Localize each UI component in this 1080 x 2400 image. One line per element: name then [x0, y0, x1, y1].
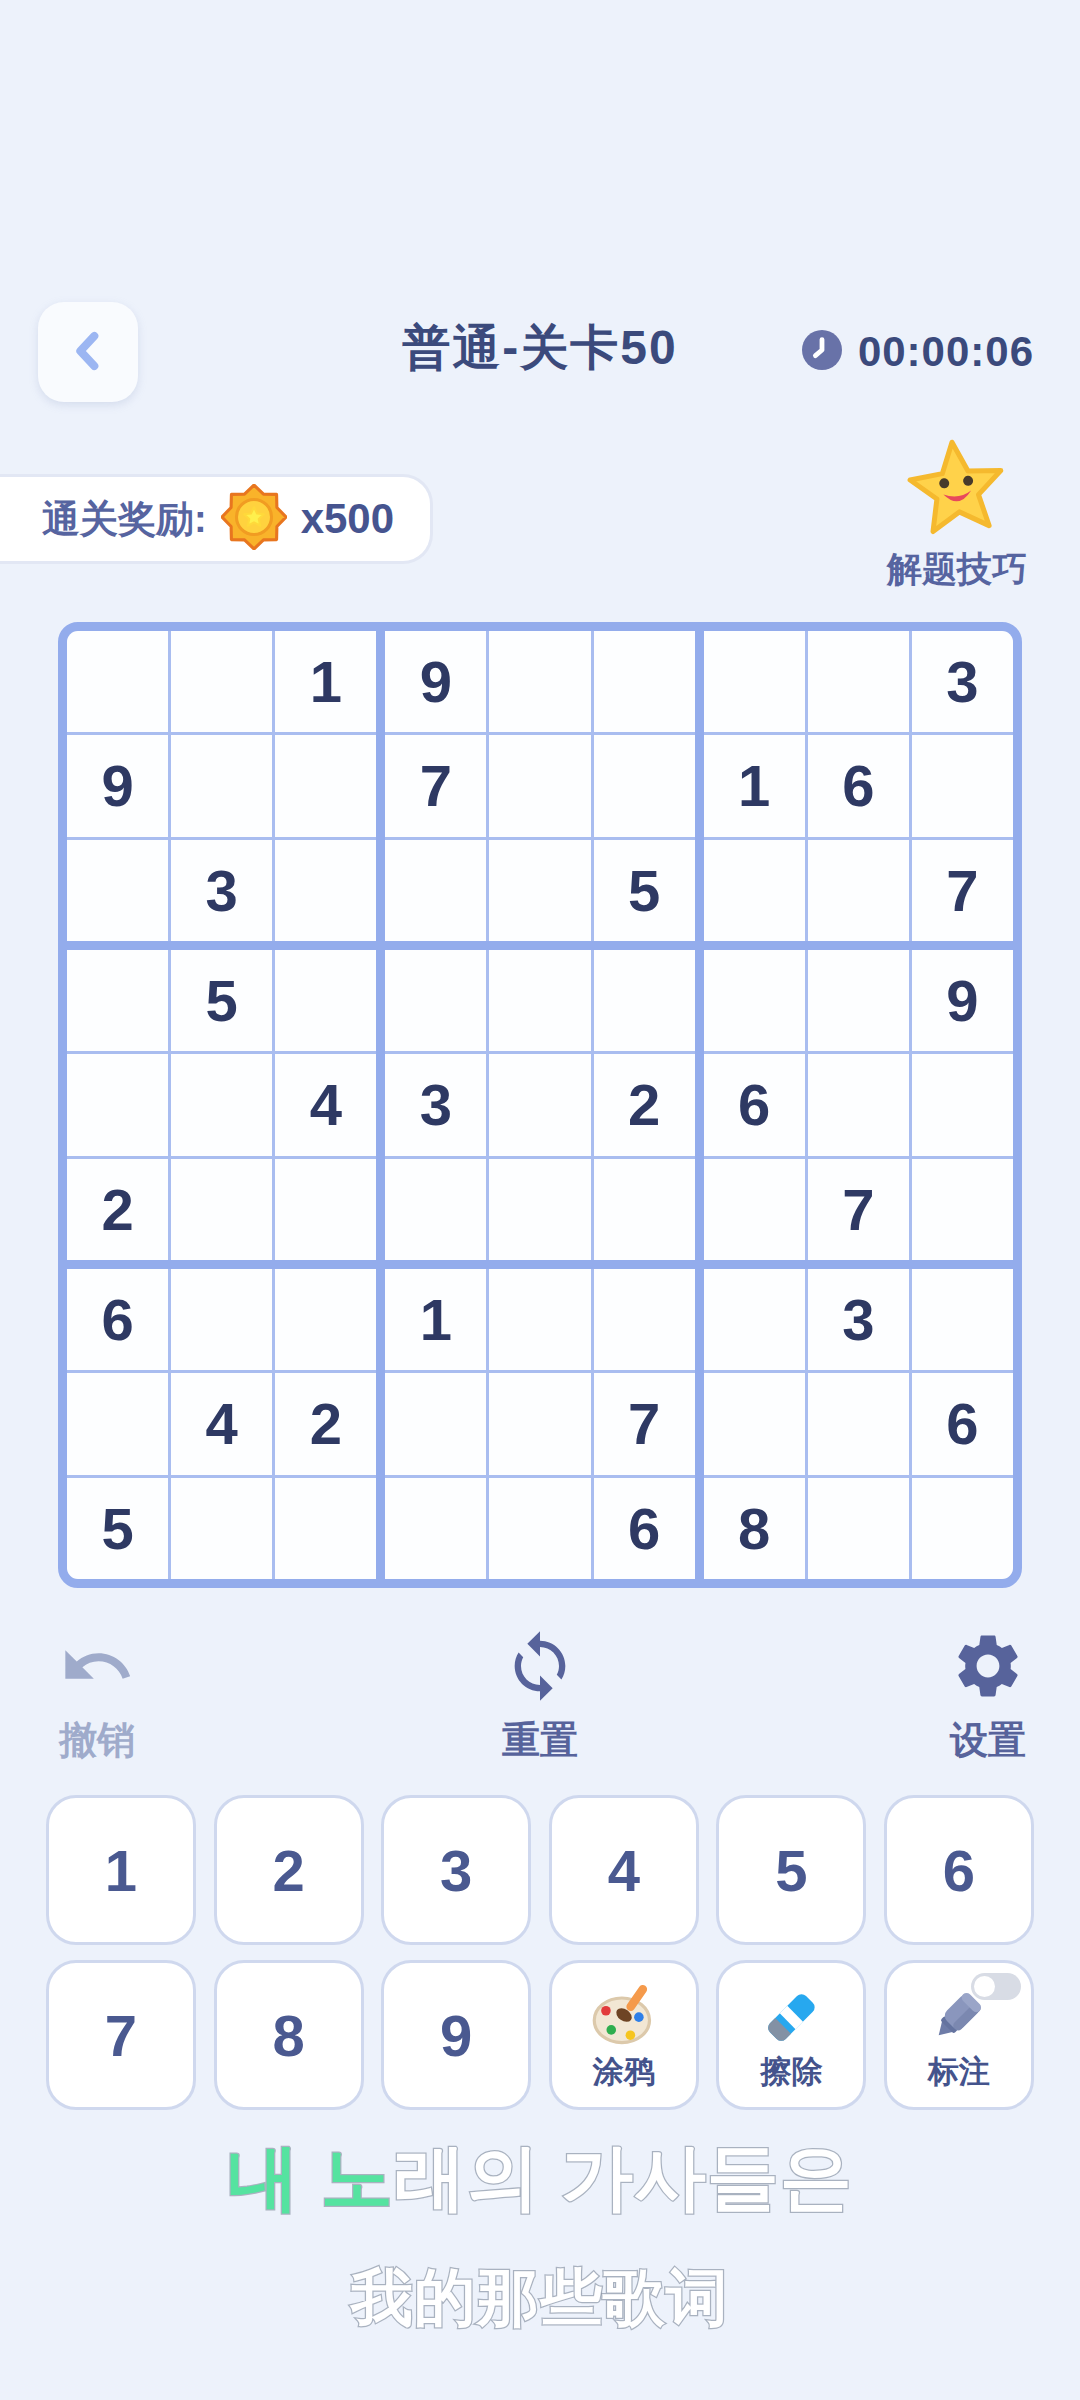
- sudoku-cell-r8c1[interactable]: [67, 1373, 168, 1474]
- sudoku-cell-r1c1[interactable]: [67, 631, 168, 732]
- numpad-6[interactable]: 6: [884, 1795, 1034, 1945]
- timer-value: 00:00:06: [858, 328, 1034, 376]
- numpad-4[interactable]: 4: [549, 1795, 699, 1945]
- sudoku-cell-r4c6[interactable]: [594, 950, 695, 1051]
- undo-button[interactable]: 撤销: [17, 1628, 177, 1766]
- sudoku-cell-r9c2[interactable]: [171, 1478, 272, 1579]
- sudoku-cell-r6c1[interactable]: 2: [67, 1159, 168, 1260]
- sudoku-cell-r3c9[interactable]: 7: [912, 840, 1013, 941]
- sudoku-cell-r9c3[interactable]: [275, 1478, 376, 1579]
- sudoku-cell-r9c9[interactable]: [912, 1478, 1013, 1579]
- hint-button[interactable]: 解题技巧: [852, 436, 1062, 593]
- toggle-knob: [974, 1976, 995, 1997]
- reset-label: 重置: [460, 1715, 620, 1766]
- sudoku-cell-r1c9[interactable]: 3: [912, 631, 1013, 732]
- sudoku-cell-r7c2[interactable]: [171, 1269, 272, 1370]
- sudoku-cell-r6c4[interactable]: [385, 1159, 486, 1260]
- sudoku-block: 3167: [704, 631, 1013, 941]
- sudoku-board: 1939753167542329676425176368: [58, 622, 1022, 1588]
- sudoku-cell-r5c9[interactable]: [912, 1054, 1013, 1155]
- sudoku-cell-r5c2[interactable]: [171, 1054, 272, 1155]
- coin-badge-icon: [221, 484, 287, 554]
- numpad-row-2: 789 涂鸦 擦除: [0, 1960, 1080, 2110]
- sudoku-cell-r2c4[interactable]: 7: [385, 735, 486, 836]
- sudoku-cell-r1c3[interactable]: 1: [275, 631, 376, 732]
- erase-button[interactable]: 擦除: [716, 1960, 866, 2110]
- sudoku-cell-r3c5[interactable]: [489, 840, 590, 941]
- sudoku-block: 176: [385, 1269, 694, 1579]
- sudoku-cell-r9c8[interactable]: [808, 1478, 909, 1579]
- sudoku-cell-r3c3[interactable]: [275, 840, 376, 941]
- sudoku-block: 6425: [67, 1269, 376, 1579]
- sudoku-cell-r7c9[interactable]: [912, 1269, 1013, 1370]
- sudoku-cell-r9c6[interactable]: 6: [594, 1478, 695, 1579]
- settings-label: 设置: [908, 1715, 1068, 1766]
- lyric-highlight: 내 노: [227, 2137, 394, 2217]
- sudoku-cell-r7c7[interactable]: [704, 1269, 805, 1370]
- sudoku-cell-r2c3[interactable]: [275, 735, 376, 836]
- sudoku-cell-r4c3[interactable]: [275, 950, 376, 1051]
- lyric-line-2: 我的那些歌词: [0, 2256, 1080, 2340]
- sudoku-cell-r9c1[interactable]: 5: [67, 1478, 168, 1579]
- numpad-3[interactable]: 3: [381, 1795, 531, 1945]
- sudoku-block: 967: [704, 950, 1013, 1260]
- clock-icon: [798, 326, 846, 378]
- sudoku-cell-r5c1[interactable]: [67, 1054, 168, 1155]
- sudoku-cell-r7c5[interactable]: [489, 1269, 590, 1370]
- sudoku-block: 193: [67, 631, 376, 941]
- timer: 00:00:06: [798, 326, 1034, 378]
- gear-icon: [950, 1692, 1026, 1707]
- sudoku-cell-r7c8[interactable]: 3: [808, 1269, 909, 1370]
- sudoku-cell-r4c5[interactable]: [489, 950, 590, 1051]
- sudoku-cell-r5c7[interactable]: 6: [704, 1054, 805, 1155]
- sudoku-cell-r5c8[interactable]: [808, 1054, 909, 1155]
- sudoku-cell-r2c1[interactable]: 9: [67, 735, 168, 836]
- lyric-rest: 래의 가사들은: [394, 2137, 853, 2217]
- erase-label: 擦除: [760, 2051, 822, 2093]
- sudoku-cell-r7c4[interactable]: 1: [385, 1269, 486, 1370]
- sudoku-cell-r1c2[interactable]: [171, 631, 272, 732]
- sudoku-cell-r1c5[interactable]: [489, 631, 590, 732]
- sudoku-cell-r8c6[interactable]: 7: [594, 1373, 695, 1474]
- reward-banner: 通关奖励: x500: [0, 474, 433, 564]
- sudoku-cell-r8c9[interactable]: 6: [912, 1373, 1013, 1474]
- sudoku-cell-r3c7[interactable]: [704, 840, 805, 941]
- annotate-toggle[interactable]: [971, 1973, 1021, 2000]
- sudoku-block: 975: [385, 631, 694, 941]
- numpad-7[interactable]: 7: [46, 1960, 196, 2110]
- sudoku-cell-r6c3[interactable]: [275, 1159, 376, 1260]
- numpad-2[interactable]: 2: [214, 1795, 364, 1945]
- sudoku-block: 368: [704, 1269, 1013, 1579]
- reward-label: 通关奖励:: [42, 494, 207, 545]
- numpad-8[interactable]: 8: [214, 1960, 364, 2110]
- sudoku-cell-r3c1[interactable]: [67, 840, 168, 941]
- sudoku-cell-r1c8[interactable]: [808, 631, 909, 732]
- sudoku-cell-r2c9[interactable]: [912, 735, 1013, 836]
- sudoku-cell-r3c8[interactable]: [808, 840, 909, 941]
- numpad-9[interactable]: 9: [381, 1960, 531, 2110]
- sudoku-cell-r4c1[interactable]: [67, 950, 168, 1051]
- sudoku-cell-r8c2[interactable]: 4: [171, 1373, 272, 1474]
- sudoku-cell-r8c4[interactable]: [385, 1373, 486, 1474]
- sudoku-cell-r3c6[interactable]: 5: [594, 840, 695, 941]
- sudoku-cell-r6c5[interactable]: [489, 1159, 590, 1260]
- sudoku-cell-r1c4[interactable]: 9: [385, 631, 486, 732]
- sudoku-block: 32: [385, 950, 694, 1260]
- numpad-5[interactable]: 5: [716, 1795, 866, 1945]
- sudoku-cell-r6c7[interactable]: [704, 1159, 805, 1260]
- sudoku-cell-r4c8[interactable]: [808, 950, 909, 1051]
- eraser-icon: [757, 1979, 825, 2051]
- sudoku-cell-r9c7[interactable]: 8: [704, 1478, 805, 1579]
- sudoku-cell-r6c6[interactable]: [594, 1159, 695, 1260]
- sudoku-cell-r4c7[interactable]: [704, 950, 805, 1051]
- doodle-label: 涂鸦: [593, 2051, 655, 2093]
- sudoku-cell-r6c2[interactable]: [171, 1159, 272, 1260]
- sudoku-cell-r2c8[interactable]: 6: [808, 735, 909, 836]
- sudoku-cell-r7c1[interactable]: 6: [67, 1269, 168, 1370]
- sudoku-cell-r8c7[interactable]: [704, 1373, 805, 1474]
- settings-button[interactable]: 设置: [908, 1628, 1068, 1766]
- annotate-label: 标注: [928, 2051, 990, 2093]
- lyric-line-1: 내 노래의 가사들은: [0, 2130, 1080, 2226]
- sudoku-cell-r5c4[interactable]: 3: [385, 1054, 486, 1155]
- sudoku-cell-r7c6[interactable]: [594, 1269, 695, 1370]
- sudoku-cell-r3c2[interactable]: 3: [171, 840, 272, 941]
- sudoku-block: 542: [67, 950, 376, 1260]
- reward-amount: x500: [301, 495, 394, 543]
- sudoku-cell-r4c9[interactable]: 9: [912, 950, 1013, 1051]
- reset-icon: [502, 1692, 578, 1707]
- sudoku-cell-r5c3[interactable]: 4: [275, 1054, 376, 1155]
- sudoku-cell-r8c5[interactable]: [489, 1373, 590, 1474]
- sudoku-cell-r1c6[interactable]: [594, 631, 695, 732]
- undo-label: 撤销: [17, 1715, 177, 1766]
- annotate-button[interactable]: 标注: [884, 1960, 1034, 2110]
- sudoku-cell-r4c2[interactable]: 5: [171, 950, 272, 1051]
- numpad-row-1: 123456: [0, 1795, 1080, 1945]
- sudoku-cell-r5c5[interactable]: [489, 1054, 590, 1155]
- reset-button[interactable]: 重置: [460, 1628, 620, 1766]
- sudoku-cell-r3c4[interactable]: [385, 840, 486, 941]
- star-face-icon: [905, 526, 1009, 543]
- sudoku-cell-r2c2[interactable]: [171, 735, 272, 836]
- sudoku-cell-r2c6[interactable]: [594, 735, 695, 836]
- sudoku-cell-r5c6[interactable]: 2: [594, 1054, 695, 1155]
- sudoku-cell-r6c9[interactable]: [912, 1159, 1013, 1260]
- numpad-1[interactable]: 1: [46, 1795, 196, 1945]
- hint-label: 解题技巧: [852, 546, 1062, 593]
- palette-icon: [590, 1979, 658, 2051]
- sudoku-cell-r9c5[interactable]: [489, 1478, 590, 1579]
- sudoku-cell-r2c7[interactable]: 1: [704, 735, 805, 836]
- sudoku-cell-r7c3[interactable]: [275, 1269, 376, 1370]
- sudoku-cell-r8c3[interactable]: 2: [275, 1373, 376, 1474]
- sudoku-cell-r4c4[interactable]: [385, 950, 486, 1051]
- sudoku-cell-r9c4[interactable]: [385, 1478, 486, 1579]
- sudoku-cell-r8c8[interactable]: [808, 1373, 909, 1474]
- doodle-button[interactable]: 涂鸦: [549, 1960, 699, 2110]
- sudoku-cell-r1c7[interactable]: [704, 631, 805, 732]
- undo-icon: [59, 1692, 135, 1707]
- sudoku-cell-r6c8[interactable]: 7: [808, 1159, 909, 1260]
- sudoku-cell-r2c5[interactable]: [489, 735, 590, 836]
